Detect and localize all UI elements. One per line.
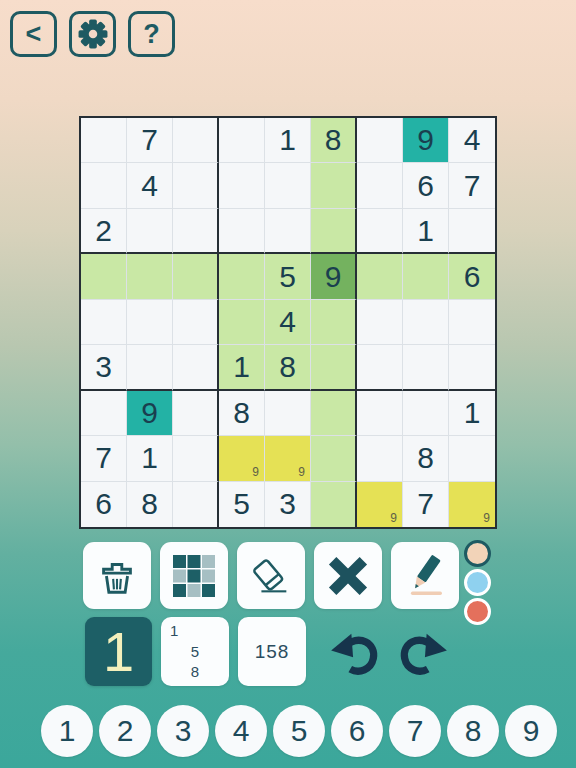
cell-r5c4[interactable] — [219, 300, 265, 345]
cell-digit: 7 — [141, 123, 158, 157]
cell-digit: 8 — [279, 350, 296, 384]
cell-r8c6[interactable] — [311, 436, 357, 481]
cell-digit: 7 — [464, 169, 481, 203]
cell-digit: 8 — [325, 123, 342, 157]
cell-r4c7[interactable] — [357, 254, 403, 299]
cell-r7c3[interactable] — [173, 391, 219, 436]
cell-r1c6[interactable]: 8 — [311, 118, 357, 163]
numpad-5[interactable]: 5 — [273, 705, 325, 757]
cell-r2c4[interactable] — [219, 163, 265, 208]
numpad-9[interactable]: 9 — [505, 705, 557, 757]
cell-r6c5[interactable]: 8 — [265, 345, 311, 390]
big-number-mode-button[interactable]: 1 — [85, 617, 152, 686]
cell-r8c3[interactable] — [173, 436, 219, 481]
cell-r2c7[interactable] — [357, 163, 403, 208]
cell-r4c9[interactable]: 6 — [449, 254, 495, 299]
numpad: 123456789 — [41, 705, 557, 757]
cell-digit: 9 — [417, 123, 434, 157]
cell-r1c4[interactable] — [219, 118, 265, 163]
grid-pattern-icon — [171, 553, 217, 599]
cell-r4c4[interactable] — [219, 254, 265, 299]
cell-digit: 6 — [464, 260, 481, 294]
numpad-7[interactable]: 7 — [389, 705, 441, 757]
clear-x-icon — [325, 553, 371, 599]
cell-r7c5[interactable] — [265, 391, 311, 436]
cell-r1c2[interactable]: 7 — [127, 118, 173, 163]
cell-digit: 8 — [141, 487, 158, 521]
cell-r9c4[interactable]: 5 — [219, 482, 265, 527]
cell-r9c5[interactable]: 3 — [265, 482, 311, 527]
cell-r9c7[interactable]: 9 — [357, 482, 403, 527]
question-icon: ? — [143, 19, 160, 50]
cell-digit: 3 — [95, 350, 112, 384]
back-icon: < — [26, 19, 42, 50]
cell-r7c4[interactable]: 8 — [219, 391, 265, 436]
cell-r8c7[interactable] — [357, 436, 403, 481]
cell-digit: 5 — [233, 487, 250, 521]
cell-r8c2[interactable]: 1 — [127, 436, 173, 481]
numpad-1[interactable]: 1 — [41, 705, 93, 757]
tools-row — [83, 542, 459, 609]
corner-mark: 9 — [298, 465, 305, 479]
cell-r3c4[interactable] — [219, 209, 265, 254]
cell-digit: 9 — [325, 260, 342, 294]
cell-r6c1[interactable]: 3 — [81, 345, 127, 390]
cell-r8c9[interactable] — [449, 436, 495, 481]
cell-digit: 8 — [233, 396, 250, 430]
cell-r9c8[interactable]: 7 — [403, 482, 449, 527]
center-notes-mode-button[interactable]: 158 — [238, 617, 306, 686]
cell-r3c8[interactable]: 1 — [403, 209, 449, 254]
cell-r5c7[interactable] — [357, 300, 403, 345]
numpad-4[interactable]: 4 — [215, 705, 267, 757]
corner-note-sample-8: 8 — [161, 663, 229, 680]
cell-digit: 4 — [141, 169, 158, 203]
numpad-6[interactable]: 6 — [331, 705, 383, 757]
color-dot-1[interactable] — [464, 540, 491, 567]
cell-r9c3[interactable] — [173, 482, 219, 527]
cell-r2c2[interactable]: 4 — [127, 163, 173, 208]
cell-digit: 9 — [141, 396, 158, 430]
cell-r6c4[interactable]: 1 — [219, 345, 265, 390]
undo-button[interactable] — [330, 628, 384, 682]
cell-digit: 4 — [464, 123, 481, 157]
cell-r4c1[interactable] — [81, 254, 127, 299]
cell-digit: 1 — [141, 441, 158, 475]
cell-r8c1[interactable]: 7 — [81, 436, 127, 481]
undo-icon — [330, 628, 384, 682]
corner-note-sample-5: 5 — [161, 643, 229, 660]
cell-r9c6[interactable] — [311, 482, 357, 527]
cell-r3c5[interactable] — [265, 209, 311, 254]
cell-r5c6[interactable] — [311, 300, 357, 345]
cell-r3c6[interactable] — [311, 209, 357, 254]
cell-r7c2[interactable]: 9 — [127, 391, 173, 436]
cell-r9c1[interactable]: 6 — [81, 482, 127, 527]
cell-r1c3[interactable] — [173, 118, 219, 163]
cell-r9c9[interactable]: 9 — [449, 482, 495, 527]
cell-digit: 3 — [279, 487, 296, 521]
cell-r6c3[interactable] — [173, 345, 219, 390]
cell-r2c8[interactable]: 6 — [403, 163, 449, 208]
cell-r6c6[interactable] — [311, 345, 357, 390]
redo-button[interactable] — [394, 628, 448, 682]
cell-r8c4[interactable]: 9 — [219, 436, 265, 481]
corner-notes-mode-button[interactable]: 1 5 8 — [161, 617, 229, 686]
cell-r7c8[interactable] — [403, 391, 449, 436]
numpad-8[interactable]: 8 — [447, 705, 499, 757]
delete-color-button[interactable] — [83, 542, 151, 609]
big-number-value: 1 — [103, 619, 134, 684]
color-dot-3[interactable] — [464, 598, 491, 625]
cell-r5c8[interactable] — [403, 300, 449, 345]
cell-r7c7[interactable] — [357, 391, 403, 436]
corner-mark: 9 — [252, 465, 259, 479]
cell-digit: 2 — [95, 214, 112, 248]
cell-r1c8[interactable]: 9 — [403, 118, 449, 163]
cell-r3c2[interactable] — [127, 209, 173, 254]
cell-r2c5[interactable] — [265, 163, 311, 208]
cell-r7c1[interactable] — [81, 391, 127, 436]
sudoku-board: 71894467215964318981719986853979 — [79, 116, 497, 529]
cell-r7c9[interactable]: 1 — [449, 391, 495, 436]
help-button[interactable]: ? — [128, 11, 175, 57]
cell-r3c1[interactable]: 2 — [81, 209, 127, 254]
numpad-2[interactable]: 2 — [99, 705, 151, 757]
cell-r2c9[interactable]: 7 — [449, 163, 495, 208]
color-palette — [464, 540, 491, 625]
cell-r8c5[interactable]: 9 — [265, 436, 311, 481]
cell-r5c2[interactable] — [127, 300, 173, 345]
color-fill-button[interactable] — [160, 542, 228, 609]
cell-digit: 1 — [279, 123, 296, 157]
settings-button[interactable] — [69, 11, 116, 57]
cell-digit: 5 — [279, 260, 296, 294]
cell-r5c5[interactable]: 4 — [265, 300, 311, 345]
cell-r4c8[interactable] — [403, 254, 449, 299]
cell-r3c3[interactable] — [173, 209, 219, 254]
cell-r6c8[interactable] — [403, 345, 449, 390]
pencil-icon — [402, 553, 448, 599]
trash-icon — [94, 553, 140, 599]
cell-r8c8[interactable]: 8 — [403, 436, 449, 481]
cell-r5c9[interactable] — [449, 300, 495, 345]
back-button[interactable]: < — [10, 11, 57, 57]
cell-r7c6[interactable] — [311, 391, 357, 436]
redo-icon — [394, 628, 448, 682]
corner-note-sample-1: 1 — [170, 622, 178, 639]
cell-r1c5[interactable]: 1 — [265, 118, 311, 163]
eraser-button[interactable] — [237, 542, 305, 609]
cell-digit: 6 — [95, 487, 112, 521]
pencil-button[interactable] — [391, 542, 459, 609]
cell-r3c7[interactable] — [357, 209, 403, 254]
cell-digit: 4 — [279, 305, 296, 339]
cell-r5c3[interactable] — [173, 300, 219, 345]
cell-digit: 6 — [417, 169, 434, 203]
gear-icon — [76, 17, 110, 51]
cell-r6c9[interactable] — [449, 345, 495, 390]
cell-r2c3[interactable] — [173, 163, 219, 208]
corner-mark: 9 — [390, 511, 397, 525]
cell-r5c1[interactable] — [81, 300, 127, 345]
center-note-sample: 158 — [238, 641, 306, 663]
cell-r4c2[interactable] — [127, 254, 173, 299]
topbar: < ? — [10, 11, 175, 57]
clear-button[interactable] — [314, 542, 382, 609]
cell-digit: 1 — [233, 350, 250, 384]
cell-r3c9[interactable] — [449, 209, 495, 254]
cell-r4c5[interactable]: 5 — [265, 254, 311, 299]
eraser-icon — [248, 553, 294, 599]
cell-r6c2[interactable] — [127, 345, 173, 390]
cell-r1c9[interactable]: 4 — [449, 118, 495, 163]
cell-r4c3[interactable] — [173, 254, 219, 299]
cell-digit: 1 — [417, 214, 434, 248]
cell-r6c7[interactable] — [357, 345, 403, 390]
cell-r2c6[interactable] — [311, 163, 357, 208]
cell-r1c7[interactable] — [357, 118, 403, 163]
corner-mark: 9 — [483, 511, 490, 525]
cell-r2c1[interactable] — [81, 163, 127, 208]
cell-digit: 8 — [417, 441, 434, 475]
modes-row: 1 1 5 8 158 — [85, 617, 306, 686]
cell-digit: 7 — [95, 441, 112, 475]
numpad-3[interactable]: 3 — [157, 705, 209, 757]
cell-r9c2[interactable]: 8 — [127, 482, 173, 527]
cell-digit: 1 — [464, 396, 481, 430]
cell-digit: 7 — [417, 487, 434, 521]
color-dot-2[interactable] — [464, 569, 491, 596]
cell-r4c6[interactable]: 9 — [311, 254, 357, 299]
cell-r1c1[interactable] — [81, 118, 127, 163]
